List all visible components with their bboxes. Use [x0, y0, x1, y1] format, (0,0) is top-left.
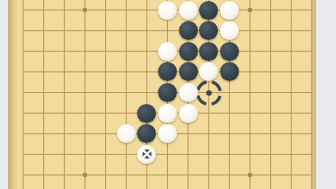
game-screen [0, 0, 336, 189]
star-point [248, 173, 253, 178]
star-point [165, 90, 170, 95]
star-point [83, 8, 88, 13]
board-grid [8, 0, 316, 189]
right-letterbox-strip [316, 0, 336, 189]
left-letterbox-strip [0, 0, 8, 189]
star-point [83, 173, 88, 178]
star-point [248, 8, 253, 13]
gomoku-board[interactable] [8, 0, 316, 189]
